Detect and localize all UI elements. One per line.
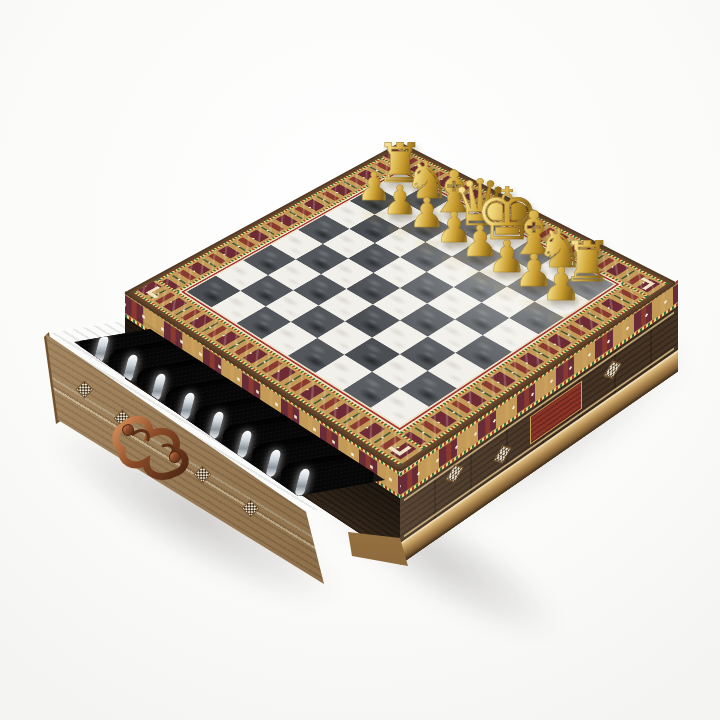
checker-inlay-diamond (603, 361, 621, 379)
stored-silver-piece-glint (236, 431, 253, 459)
piece-gold-pawn-h7[interactable]: ♟ (540, 261, 581, 307)
stored-silver-piece-glint (265, 450, 282, 478)
copper-handle-icon (106, 407, 205, 500)
product-photo-stage: ♜♜♞♞♝♝♛♛♚♚♝♝♞♞♜♜♟♟♟♟♟♟♟♟♟♟♟♟♟♟♟♟ (0, 0, 720, 720)
drawer-handle[interactable] (106, 407, 205, 500)
stored-silver-piece-glint (294, 469, 311, 497)
